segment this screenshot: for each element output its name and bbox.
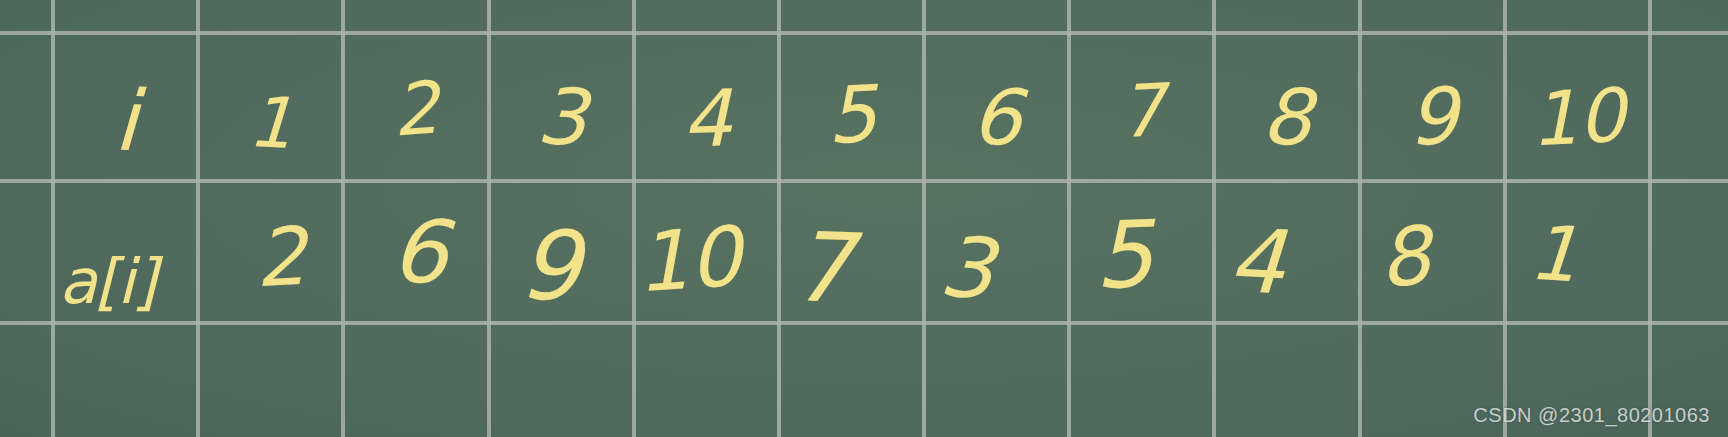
index-cell-10: 10 — [1501, 39, 1654, 194]
index-header-cell: i — [50, 45, 200, 198]
index-cell-8: 8 — [1211, 39, 1364, 194]
value-cell-1: 2 — [205, 183, 357, 332]
array-label-cell: a[i] — [53, 181, 198, 323]
index-cell-6: 6 — [919, 38, 1074, 196]
value-cell-10: 1 — [1476, 178, 1631, 330]
value-cell-5: 7 — [746, 195, 896, 342]
value-cell-3: 9 — [474, 193, 624, 340]
value-cell-4: 10 — [611, 184, 766, 336]
value-cell-2: 6 — [343, 176, 498, 328]
value-cell-8: 4 — [1181, 187, 1333, 336]
index-cell-4: 4 — [631, 43, 781, 196]
index-cell-1: 1 — [194, 45, 347, 200]
index-cell-3: 3 — [485, 39, 638, 194]
value-cell-9: 8 — [1326, 181, 1483, 335]
value-cell-7: 5 — [1049, 183, 1199, 330]
index-cell-2: 2 — [338, 30, 493, 188]
index-cell-5: 5 — [775, 37, 928, 192]
chalkboard: i 1 2 3 4 5 6 7 8 9 10 a[i] 2 6 9 10 7 3… — [0, 0, 1728, 437]
index-row: i 1 2 3 4 5 6 7 8 9 10 — [53, 33, 1650, 181]
watermark: CSDN @2301_80201063 — [1473, 404, 1710, 427]
value-row: a[i] 2 6 9 10 7 3 5 4 8 1 — [53, 181, 1650, 323]
value-cell-6: 3 — [888, 191, 1045, 345]
index-cell-9: 9 — [1357, 41, 1507, 194]
index-cell-7: 7 — [1065, 33, 1218, 188]
